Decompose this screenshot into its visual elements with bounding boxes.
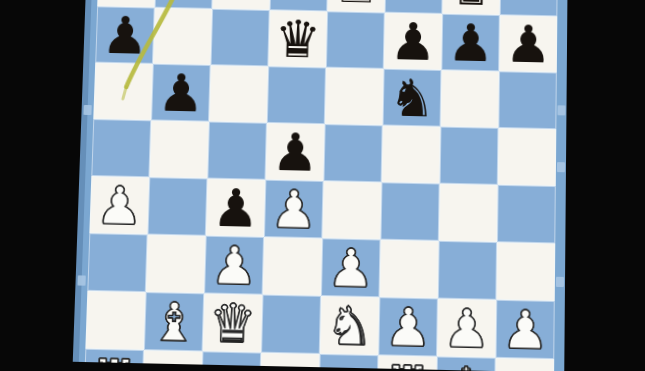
square-b1[interactable]	[142, 350, 202, 371]
square-d7[interactable]: ♛	[268, 10, 327, 67]
square-e1[interactable]	[318, 354, 378, 371]
square-a2[interactable]	[85, 291, 145, 350]
square-a5[interactable]	[91, 119, 151, 177]
piece-black-pawn-c4[interactable]: ♟	[206, 178, 266, 237]
piece-white-rook-f1[interactable]: ♜	[377, 355, 437, 371]
piece-black-pawn-h7[interactable]: ♟	[499, 15, 557, 72]
square-e6[interactable]	[325, 68, 384, 126]
piece-black-knight-f6[interactable]: ♞	[383, 69, 442, 127]
square-e3[interactable]: ♟	[321, 238, 381, 297]
piece-white-rook-a1[interactable]: ♜	[83, 349, 144, 371]
square-h2[interactable]: ♟	[496, 300, 555, 359]
square-c6[interactable]	[209, 65, 268, 123]
square-h7[interactable]: ♟	[499, 15, 557, 72]
square-c2[interactable]: ♛	[203, 293, 263, 352]
piece-white-pawn-h2[interactable]: ♟	[496, 300, 555, 359]
piece-white-pawn-c3[interactable]: ♟	[204, 236, 264, 295]
square-b7[interactable]	[153, 8, 212, 65]
square-f2[interactable]: ♟	[378, 297, 438, 356]
square-g1[interactable]: ♚	[436, 357, 496, 371]
piece-white-pawn-a4[interactable]: ♟	[89, 176, 149, 235]
square-f4[interactable]	[380, 182, 439, 241]
piece-white-pawn-d4[interactable]: ♟	[264, 180, 323, 239]
square-f5[interactable]	[382, 125, 441, 183]
square-h4[interactable]	[497, 185, 556, 244]
square-f7[interactable]: ♟	[384, 13, 443, 70]
piece-black-pawn-d5[interactable]: ♟	[265, 123, 324, 181]
square-g3[interactable]	[438, 241, 497, 300]
square-c1[interactable]	[201, 351, 261, 371]
square-a1[interactable]: ♜	[83, 349, 144, 371]
square-c5[interactable]	[207, 122, 266, 180]
square-e7[interactable]	[326, 11, 385, 68]
square-f6[interactable]: ♞	[383, 69, 442, 127]
square-h1[interactable]	[495, 358, 554, 371]
square-g7[interactable]: ♟	[441, 14, 499, 71]
square-b6[interactable]: ♟	[151, 64, 210, 122]
square-d5[interactable]: ♟	[265, 123, 324, 181]
square-e4[interactable]	[322, 181, 381, 240]
square-c7[interactable]	[211, 9, 270, 66]
square-d6[interactable]	[267, 66, 326, 124]
square-h5[interactable]	[498, 128, 557, 186]
square-a3[interactable]	[87, 233, 147, 292]
square-g2[interactable]: ♟	[437, 298, 496, 357]
rank-label-blur	[83, 105, 91, 115]
chess-board-frame: ♜♞♜♚♟♛♟♟♟♟♞♟♟♟♟♟♟♝♛♞♟♟♟♜♜♚	[73, 0, 568, 371]
piece-black-pawn-b6[interactable]: ♟	[151, 64, 210, 122]
square-b5[interactable]	[149, 120, 209, 178]
square-d1[interactable]	[260, 353, 320, 371]
rank-label-blur	[77, 275, 85, 285]
piece-black-pawn-f7[interactable]: ♟	[384, 13, 443, 70]
square-h3[interactable]	[496, 242, 555, 301]
rank-label-blur	[557, 162, 565, 172]
square-h6[interactable]	[498, 71, 556, 129]
piece-white-king-g1[interactable]: ♚	[436, 357, 496, 371]
square-c4[interactable]: ♟	[206, 178, 266, 237]
square-e2[interactable]: ♞	[320, 296, 380, 355]
rank-label-blur	[556, 277, 564, 287]
square-e5[interactable]	[323, 124, 382, 182]
chess-board: ♜♞♜♚♟♛♟♟♟♟♞♟♟♟♟♟♟♝♛♞♟♟♟♜♜♚	[83, 0, 558, 371]
square-d2[interactable]	[261, 295, 321, 354]
piece-white-knight-e2[interactable]: ♞	[320, 296, 380, 355]
piece-white-pawn-e3[interactable]: ♟	[321, 238, 381, 297]
square-b2[interactable]: ♝	[144, 292, 204, 351]
square-a4[interactable]: ♟	[89, 176, 149, 235]
piece-black-queen-d7[interactable]: ♛	[268, 10, 327, 67]
square-f3[interactable]	[379, 240, 438, 299]
piece-black-pawn-a7[interactable]: ♟	[95, 6, 154, 63]
square-a7[interactable]: ♟	[95, 6, 154, 63]
piece-white-pawn-g2[interactable]: ♟	[437, 298, 496, 357]
square-d4[interactable]: ♟	[264, 180, 323, 239]
piece-white-pawn-f2[interactable]: ♟	[378, 297, 438, 356]
square-b4[interactable]	[148, 177, 208, 236]
rank-label-blur	[557, 105, 565, 115]
square-g4[interactable]	[439, 184, 498, 243]
piece-white-bishop-b2[interactable]: ♝	[144, 292, 204, 351]
square-g5[interactable]	[440, 127, 499, 185]
piece-white-queen-c2[interactable]: ♛	[203, 293, 263, 352]
piece-black-pawn-g7[interactable]: ♟	[441, 14, 499, 71]
square-c3[interactable]: ♟	[204, 236, 264, 295]
square-g6[interactable]	[441, 70, 500, 128]
square-f1[interactable]: ♜	[377, 355, 437, 371]
square-d3[interactable]	[263, 237, 323, 296]
video-frame-stage: ♜♞♜♚♟♛♟♟♟♟♞♟♟♟♟♟♟♝♛♞♟♟♟♜♜♚	[0, 0, 645, 371]
square-a6[interactable]	[93, 63, 153, 121]
square-b3[interactable]	[146, 234, 206, 293]
